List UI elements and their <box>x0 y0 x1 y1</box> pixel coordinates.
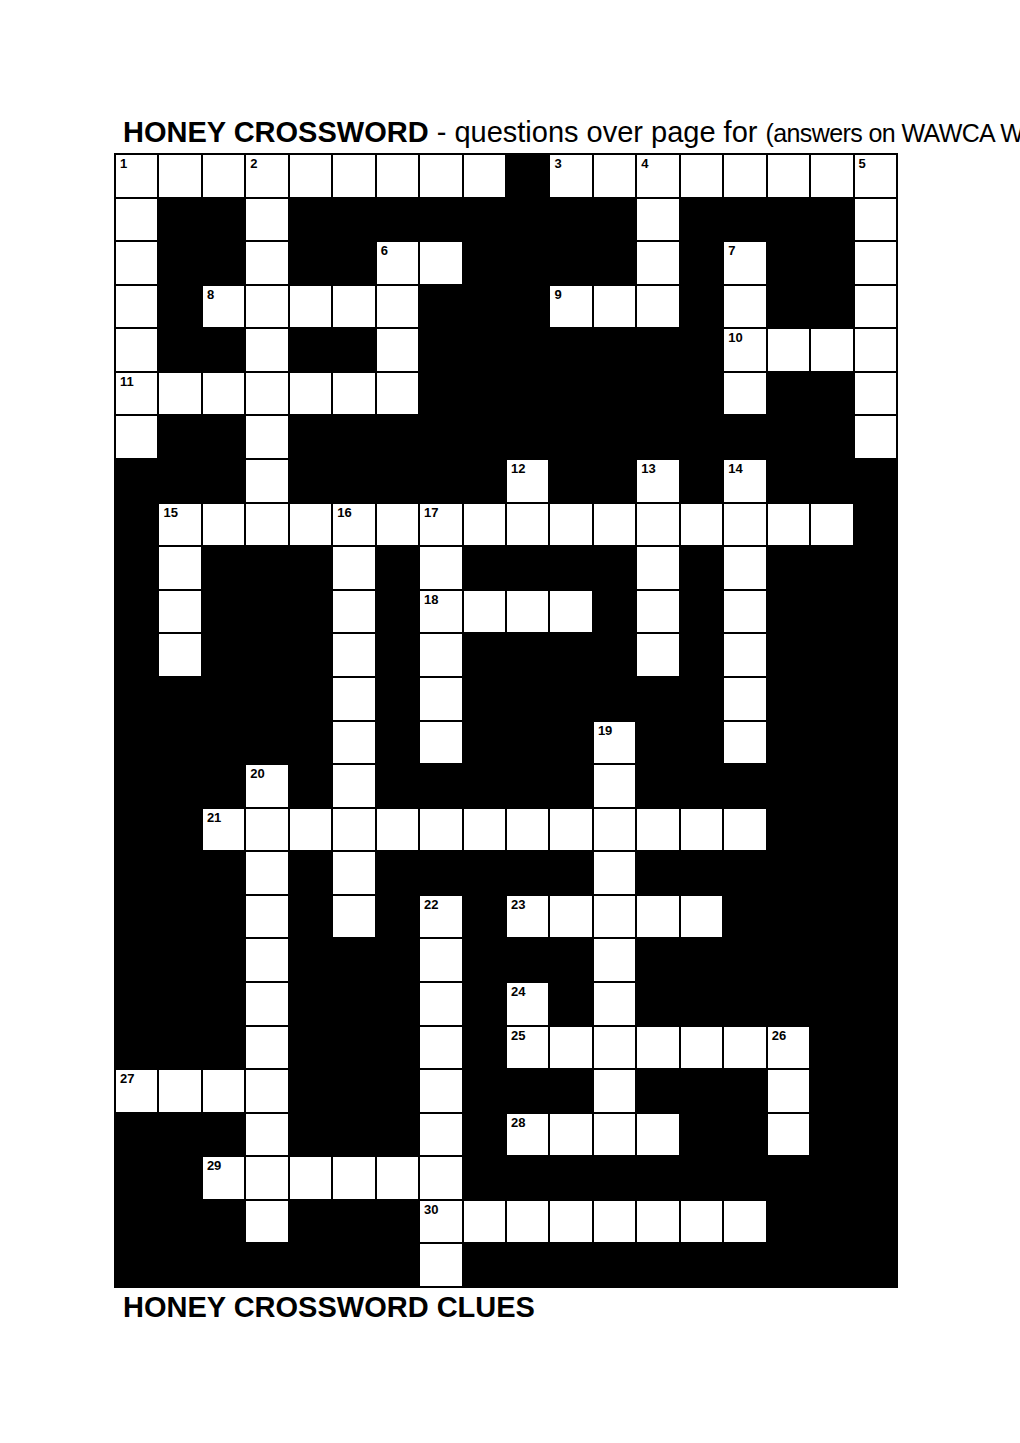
black-cell <box>290 852 331 894</box>
white-cell[interactable] <box>724 504 765 546</box>
white-cell[interactable] <box>333 634 374 676</box>
black-cell <box>246 591 287 633</box>
white-cell[interactable] <box>420 155 461 197</box>
black-cell <box>464 1244 505 1286</box>
black-cell <box>290 1244 331 1286</box>
white-cell[interactable] <box>594 286 635 328</box>
white-cell[interactable] <box>855 329 896 371</box>
black-cell <box>377 1201 418 1243</box>
white-cell[interactable] <box>768 504 809 546</box>
black-cell <box>203 634 244 676</box>
white-cell[interactable] <box>637 199 678 241</box>
white-cell[interactable] <box>811 329 852 371</box>
white-cell[interactable] <box>855 242 896 284</box>
white-cell[interactable] <box>290 286 331 328</box>
white-cell[interactable] <box>116 286 157 328</box>
white-cell[interactable] <box>246 416 287 458</box>
clue-number: 30 <box>424 1203 438 1216</box>
white-cell[interactable] <box>681 1201 722 1243</box>
clue-number: 24 <box>511 985 525 998</box>
black-cell <box>290 1201 331 1243</box>
white-cell[interactable] <box>464 504 505 546</box>
white-cell[interactable] <box>420 634 461 676</box>
white-cell[interactable] <box>724 678 765 720</box>
black-cell <box>681 1244 722 1286</box>
white-cell[interactable]: 22 <box>420 896 461 938</box>
black-cell <box>724 939 765 981</box>
white-cell[interactable]: 23 <box>507 896 548 938</box>
white-cell[interactable] <box>246 1070 287 1112</box>
white-cell[interactable]: 19 <box>594 722 635 764</box>
black-cell <box>377 678 418 720</box>
black-cell <box>768 939 809 981</box>
black-cell <box>768 286 809 328</box>
white-cell[interactable] <box>159 634 200 676</box>
black-cell <box>811 634 852 676</box>
black-cell <box>681 983 722 1025</box>
white-cell[interactable] <box>594 1027 635 1069</box>
white-cell[interactable]: 28 <box>507 1114 548 1156</box>
black-cell <box>420 329 461 371</box>
white-cell[interactable] <box>594 1070 635 1112</box>
white-cell[interactable] <box>637 896 678 938</box>
white-cell[interactable] <box>550 896 591 938</box>
white-cell[interactable] <box>768 1114 809 1156</box>
white-cell[interactable] <box>246 939 287 981</box>
white-cell[interactable] <box>420 1027 461 1069</box>
white-cell[interactable] <box>724 1201 765 1243</box>
white-cell[interactable] <box>203 155 244 197</box>
white-cell[interactable] <box>420 1157 461 1199</box>
black-cell <box>681 678 722 720</box>
white-cell[interactable] <box>637 591 678 633</box>
black-cell <box>290 678 331 720</box>
white-cell[interactable] <box>377 809 418 851</box>
white-cell[interactable] <box>246 1114 287 1156</box>
white-cell[interactable] <box>159 155 200 197</box>
white-cell[interactable] <box>594 896 635 938</box>
black-cell <box>203 329 244 371</box>
white-cell[interactable] <box>246 809 287 851</box>
clue-number: 25 <box>511 1029 525 1042</box>
white-cell[interactable]: 30 <box>420 1201 461 1243</box>
white-cell[interactable]: 18 <box>420 591 461 633</box>
white-cell[interactable] <box>377 155 418 197</box>
white-cell[interactable] <box>507 809 548 851</box>
black-cell <box>550 983 591 1025</box>
white-cell[interactable] <box>420 1070 461 1112</box>
white-cell[interactable] <box>550 591 591 633</box>
black-cell <box>811 678 852 720</box>
clue-number: 1 <box>120 157 127 170</box>
white-cell[interactable] <box>724 809 765 851</box>
white-cell[interactable] <box>681 504 722 546</box>
white-cell[interactable] <box>159 547 200 589</box>
white-cell[interactable] <box>681 809 722 851</box>
white-cell[interactable]: 27 <box>116 1070 157 1112</box>
black-cell <box>116 1114 157 1156</box>
black-cell <box>681 852 722 894</box>
white-cell[interactable]: 20 <box>246 765 287 807</box>
white-cell[interactable]: 4 <box>637 155 678 197</box>
white-cell[interactable] <box>550 809 591 851</box>
white-cell[interactable] <box>290 155 331 197</box>
white-cell[interactable] <box>159 1070 200 1112</box>
black-cell <box>855 1070 896 1112</box>
black-cell <box>550 765 591 807</box>
black-cell <box>594 634 635 676</box>
black-cell <box>724 1114 765 1156</box>
white-cell[interactable] <box>594 1201 635 1243</box>
white-cell[interactable]: 16 <box>333 504 374 546</box>
black-cell <box>811 1244 852 1286</box>
black-cell <box>333 939 374 981</box>
white-cell[interactable]: 2 <box>246 155 287 197</box>
black-cell <box>464 547 505 589</box>
white-cell[interactable] <box>681 1027 722 1069</box>
black-cell <box>116 722 157 764</box>
black-cell <box>203 1027 244 1069</box>
white-cell[interactable] <box>246 1201 287 1243</box>
white-cell[interactable] <box>377 504 418 546</box>
white-cell[interactable] <box>464 155 505 197</box>
white-cell[interactable] <box>246 329 287 371</box>
white-cell[interactable]: 14 <box>724 460 765 502</box>
black-cell <box>116 765 157 807</box>
white-cell[interactable] <box>333 155 374 197</box>
white-cell[interactable] <box>464 591 505 633</box>
black-cell <box>768 809 809 851</box>
black-cell <box>377 199 418 241</box>
black-cell <box>203 852 244 894</box>
white-cell[interactable] <box>594 939 635 981</box>
white-cell[interactable] <box>594 809 635 851</box>
white-cell[interactable] <box>811 155 852 197</box>
white-cell[interactable] <box>116 416 157 458</box>
white-cell[interactable] <box>724 547 765 589</box>
clue-number: 8 <box>207 288 214 301</box>
black-cell <box>464 373 505 415</box>
clue-number: 10 <box>728 331 742 344</box>
black-cell <box>811 199 852 241</box>
black-cell <box>507 765 548 807</box>
white-cell[interactable] <box>594 983 635 1025</box>
black-cell <box>159 983 200 1025</box>
white-cell[interactable]: 17 <box>420 504 461 546</box>
black-cell <box>855 1157 896 1199</box>
black-cell <box>855 1114 896 1156</box>
white-cell[interactable] <box>420 547 461 589</box>
black-cell <box>377 983 418 1025</box>
white-cell[interactable] <box>333 809 374 851</box>
black-cell <box>811 460 852 502</box>
black-cell <box>290 547 331 589</box>
white-cell[interactable] <box>637 809 678 851</box>
white-cell[interactable] <box>855 286 896 328</box>
white-cell[interactable] <box>116 329 157 371</box>
black-cell <box>377 1114 418 1156</box>
white-cell[interactable] <box>811 504 852 546</box>
white-cell[interactable] <box>116 242 157 284</box>
black-cell <box>420 199 461 241</box>
white-cell[interactable] <box>333 722 374 764</box>
black-cell <box>550 1157 591 1199</box>
black-cell <box>464 460 505 502</box>
black-cell <box>290 896 331 938</box>
white-cell[interactable] <box>203 1070 244 1112</box>
black-cell <box>464 678 505 720</box>
white-cell[interactable] <box>855 373 896 415</box>
page-title-subtitle: - questions over page for <box>429 116 766 148</box>
white-cell[interactable] <box>246 896 287 938</box>
white-cell[interactable] <box>637 504 678 546</box>
black-cell <box>377 852 418 894</box>
white-cell[interactable] <box>246 199 287 241</box>
white-cell[interactable] <box>377 329 418 371</box>
black-cell <box>290 591 331 633</box>
black-cell <box>116 678 157 720</box>
white-cell[interactable] <box>855 416 896 458</box>
white-cell[interactable]: 8 <box>203 286 244 328</box>
black-cell <box>159 765 200 807</box>
page-title-main: HONEY CROSSWORD <box>123 116 429 148</box>
white-cell[interactable] <box>420 939 461 981</box>
black-cell <box>159 852 200 894</box>
black-cell <box>811 547 852 589</box>
black-cell <box>333 416 374 458</box>
white-cell[interactable]: 1 <box>116 155 157 197</box>
white-cell[interactable] <box>333 373 374 415</box>
white-cell[interactable] <box>420 809 461 851</box>
black-cell <box>464 765 505 807</box>
black-cell <box>681 547 722 589</box>
black-cell <box>159 416 200 458</box>
white-cell[interactable] <box>637 1201 678 1243</box>
black-cell <box>637 939 678 981</box>
black-cell <box>811 1201 852 1243</box>
black-cell <box>768 591 809 633</box>
white-cell[interactable] <box>420 722 461 764</box>
white-cell[interactable] <box>290 1157 331 1199</box>
black-cell <box>333 983 374 1025</box>
black-cell <box>724 1244 765 1286</box>
black-cell <box>377 634 418 676</box>
white-cell[interactable] <box>203 504 244 546</box>
white-cell[interactable] <box>637 242 678 284</box>
white-cell[interactable] <box>724 722 765 764</box>
white-cell[interactable] <box>377 286 418 328</box>
black-cell <box>768 634 809 676</box>
black-cell <box>550 373 591 415</box>
white-cell[interactable] <box>681 155 722 197</box>
white-cell[interactable] <box>507 591 548 633</box>
white-cell[interactable] <box>116 199 157 241</box>
white-cell[interactable] <box>768 1070 809 1112</box>
black-cell <box>768 1201 809 1243</box>
black-cell <box>724 1157 765 1199</box>
black-cell <box>290 460 331 502</box>
white-cell[interactable] <box>768 329 809 371</box>
black-cell <box>377 896 418 938</box>
white-cell[interactable]: 13 <box>637 460 678 502</box>
white-cell[interactable] <box>333 852 374 894</box>
black-cell <box>203 416 244 458</box>
white-cell[interactable]: 9 <box>550 286 591 328</box>
black-cell <box>333 1027 374 1069</box>
white-cell[interactable] <box>637 286 678 328</box>
black-cell <box>333 1114 374 1156</box>
white-cell[interactable]: 15 <box>159 504 200 546</box>
white-cell[interactable]: 11 <box>116 373 157 415</box>
white-cell[interactable] <box>159 373 200 415</box>
black-cell <box>811 1027 852 1069</box>
black-cell <box>681 634 722 676</box>
white-cell[interactable] <box>420 983 461 1025</box>
white-cell[interactable] <box>290 373 331 415</box>
white-cell[interactable]: 29 <box>203 1157 244 1199</box>
white-cell[interactable] <box>464 1201 505 1243</box>
white-cell[interactable] <box>420 678 461 720</box>
white-cell[interactable] <box>333 678 374 720</box>
white-cell[interactable]: 7 <box>724 242 765 284</box>
white-cell[interactable] <box>724 591 765 633</box>
black-cell <box>855 809 896 851</box>
white-cell[interactable] <box>594 1114 635 1156</box>
white-cell[interactable] <box>246 373 287 415</box>
white-cell[interactable]: 24 <box>507 983 548 1025</box>
black-cell <box>811 1157 852 1199</box>
black-cell <box>290 765 331 807</box>
white-cell[interactable] <box>855 199 896 241</box>
white-cell[interactable] <box>550 504 591 546</box>
white-cell[interactable] <box>594 852 635 894</box>
white-cell[interactable] <box>246 242 287 284</box>
white-cell[interactable] <box>159 591 200 633</box>
white-cell[interactable] <box>637 634 678 676</box>
white-cell[interactable] <box>724 373 765 415</box>
white-cell[interactable] <box>681 896 722 938</box>
black-cell <box>594 547 635 589</box>
black-cell <box>507 634 548 676</box>
black-cell <box>637 373 678 415</box>
white-cell[interactable]: 21 <box>203 809 244 851</box>
white-cell[interactable] <box>724 634 765 676</box>
white-cell[interactable] <box>637 1027 678 1069</box>
black-cell <box>420 460 461 502</box>
white-cell[interactable]: 6 <box>377 242 418 284</box>
black-cell <box>116 504 157 546</box>
black-cell <box>855 1027 896 1069</box>
clue-number: 13 <box>641 462 655 475</box>
white-cell[interactable] <box>724 286 765 328</box>
black-cell <box>377 1027 418 1069</box>
black-cell <box>768 852 809 894</box>
clue-number: 5 <box>859 157 866 170</box>
white-cell[interactable] <box>507 1201 548 1243</box>
black-cell <box>290 416 331 458</box>
white-cell[interactable] <box>420 1114 461 1156</box>
white-cell[interactable] <box>246 983 287 1025</box>
white-cell[interactable] <box>637 1114 678 1156</box>
black-cell <box>550 460 591 502</box>
black-cell <box>203 547 244 589</box>
clue-number: 17 <box>424 506 438 519</box>
white-cell[interactable] <box>333 765 374 807</box>
white-cell[interactable]: 3 <box>550 155 591 197</box>
white-cell[interactable] <box>333 286 374 328</box>
white-cell[interactable] <box>550 1114 591 1156</box>
white-cell[interactable]: 5 <box>855 155 896 197</box>
black-cell <box>507 373 548 415</box>
white-cell[interactable] <box>246 1157 287 1199</box>
white-cell[interactable] <box>333 896 374 938</box>
black-cell <box>507 286 548 328</box>
white-cell[interactable] <box>724 1027 765 1069</box>
white-cell[interactable] <box>594 155 635 197</box>
white-cell[interactable] <box>246 460 287 502</box>
white-cell[interactable] <box>550 1027 591 1069</box>
white-cell[interactable] <box>203 373 244 415</box>
white-cell[interactable]: 25 <box>507 1027 548 1069</box>
black-cell <box>464 286 505 328</box>
white-cell[interactable]: 26 <box>768 1027 809 1069</box>
white-cell[interactable] <box>768 155 809 197</box>
white-cell[interactable] <box>246 286 287 328</box>
black-cell <box>550 416 591 458</box>
black-cell <box>290 939 331 981</box>
black-cell <box>811 852 852 894</box>
black-cell <box>768 765 809 807</box>
black-cell <box>811 373 852 415</box>
white-cell[interactable] <box>246 1027 287 1069</box>
black-cell <box>550 678 591 720</box>
black-cell <box>203 460 244 502</box>
white-cell[interactable] <box>246 852 287 894</box>
black-cell <box>203 765 244 807</box>
white-cell[interactable] <box>594 504 635 546</box>
black-cell <box>333 199 374 241</box>
white-cell[interactable]: 10 <box>724 329 765 371</box>
white-cell[interactable] <box>507 504 548 546</box>
black-cell <box>203 678 244 720</box>
white-cell[interactable] <box>290 504 331 546</box>
white-cell[interactable] <box>637 547 678 589</box>
black-cell <box>637 416 678 458</box>
white-cell[interactable] <box>550 1201 591 1243</box>
white-cell[interactable] <box>333 591 374 633</box>
white-cell[interactable]: 12 <box>507 460 548 502</box>
white-cell[interactable] <box>290 809 331 851</box>
white-cell[interactable] <box>377 373 418 415</box>
white-cell[interactable] <box>420 1244 461 1286</box>
white-cell[interactable] <box>377 1157 418 1199</box>
black-cell <box>290 722 331 764</box>
white-cell[interactable] <box>333 1157 374 1199</box>
black-cell <box>855 634 896 676</box>
black-cell <box>681 765 722 807</box>
white-cell[interactable] <box>420 242 461 284</box>
white-cell[interactable] <box>333 547 374 589</box>
white-cell[interactable] <box>246 504 287 546</box>
black-cell <box>768 547 809 589</box>
white-cell[interactable] <box>464 809 505 851</box>
black-cell <box>637 678 678 720</box>
black-cell <box>159 199 200 241</box>
white-cell[interactable] <box>594 765 635 807</box>
black-cell <box>116 460 157 502</box>
white-cell[interactable] <box>724 155 765 197</box>
clue-number: 15 <box>163 506 177 519</box>
